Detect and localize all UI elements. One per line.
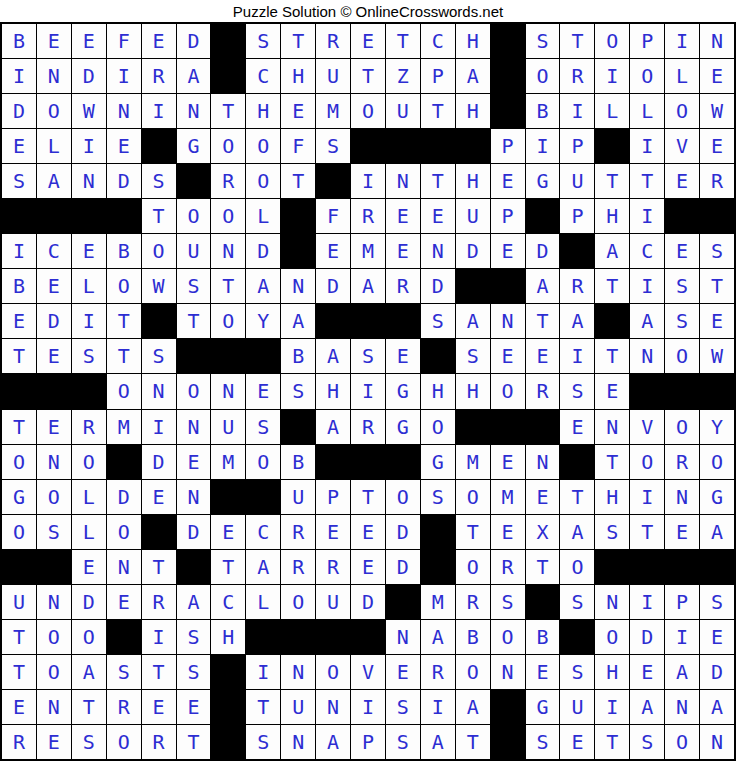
letter-cell: O: [560, 550, 594, 584]
letter-cell: S: [700, 585, 734, 619]
letter-cell: I: [2, 59, 36, 93]
letter-cell: O: [421, 410, 455, 444]
block-cell: [491, 269, 525, 303]
letter-cell: E: [107, 585, 141, 619]
block-cell: [316, 304, 350, 338]
block-cell: [351, 445, 385, 479]
letter-cell: E: [2, 304, 36, 338]
letter-cell: S: [560, 374, 594, 408]
letter-cell: T: [560, 480, 594, 514]
block-cell: [72, 374, 106, 408]
letter-cell: N: [211, 374, 245, 408]
letter-cell: T: [2, 410, 36, 444]
letter-cell: T: [595, 269, 629, 303]
block-cell: [72, 199, 106, 233]
letter-cell: D: [246, 234, 280, 268]
letter-cell: N: [665, 690, 699, 724]
letter-cell: R: [560, 269, 594, 303]
letter-cell: G: [386, 410, 420, 444]
block-cell: [107, 199, 141, 233]
block-cell: [491, 94, 525, 128]
letter-cell: A: [177, 59, 211, 93]
letter-cell: R: [526, 374, 560, 408]
letter-cell: O: [665, 94, 699, 128]
letter-cell: O: [37, 94, 71, 128]
letter-cell: S: [246, 24, 280, 58]
letter-cell: R: [142, 725, 176, 759]
letter-cell: O: [211, 129, 245, 163]
letter-cell: L: [72, 480, 106, 514]
letter-cell: E: [107, 129, 141, 163]
letter-cell: O: [316, 655, 350, 689]
letter-cell: L: [37, 129, 71, 163]
letter-cell: N: [37, 690, 71, 724]
letter-cell: M: [351, 234, 385, 268]
letter-cell: T: [211, 550, 245, 584]
letter-cell: N: [526, 445, 560, 479]
letter-cell: S: [177, 269, 211, 303]
letter-cell: A: [37, 164, 71, 198]
letter-cell: E: [351, 515, 385, 549]
letter-cell: T: [456, 515, 490, 549]
letter-cell: I: [595, 690, 629, 724]
block-cell: [211, 24, 245, 58]
letter-cell: N: [177, 94, 211, 128]
block-cell: [316, 445, 350, 479]
letter-cell: L: [665, 59, 699, 93]
letter-cell: G: [177, 129, 211, 163]
letter-cell: O: [177, 199, 211, 233]
block-cell: [386, 585, 420, 619]
letter-cell: E: [316, 515, 350, 549]
letter-cell: P: [665, 585, 699, 619]
letter-cell: S: [316, 129, 350, 163]
letter-cell: S: [386, 725, 420, 759]
letter-cell: E: [37, 24, 71, 58]
letter-cell: N: [316, 690, 350, 724]
letter-cell: E: [526, 480, 560, 514]
letter-cell: P: [491, 199, 525, 233]
letter-cell: A: [246, 550, 280, 584]
letter-cell: U: [177, 234, 211, 268]
letter-cell: E: [281, 94, 315, 128]
block-cell: [37, 550, 71, 584]
block-cell: [142, 304, 176, 338]
letter-cell: I: [107, 59, 141, 93]
block-cell: [246, 339, 280, 373]
letter-cell: T: [2, 620, 36, 654]
letter-cell: O: [37, 620, 71, 654]
letter-cell: D: [700, 655, 734, 689]
letter-cell: B: [281, 445, 315, 479]
letter-cell: D: [177, 24, 211, 58]
letter-cell: E: [560, 410, 594, 444]
letter-cell: O: [456, 655, 490, 689]
letter-cell: E: [700, 304, 734, 338]
letter-cell: U: [316, 585, 350, 619]
letter-cell: R: [700, 164, 734, 198]
block-cell: [2, 199, 36, 233]
letter-cell: I: [560, 94, 594, 128]
letter-cell: R: [72, 410, 106, 444]
letter-cell: O: [456, 550, 490, 584]
letter-cell: A: [456, 304, 490, 338]
letter-cell: B: [456, 620, 490, 654]
letter-cell: N: [72, 164, 106, 198]
letter-cell: D: [316, 269, 350, 303]
letter-cell: N: [211, 234, 245, 268]
letter-cell: S: [72, 725, 106, 759]
letter-cell: E: [386, 339, 420, 373]
letter-cell: A: [595, 234, 629, 268]
letter-cell: R: [2, 725, 36, 759]
letter-cell: N: [421, 234, 455, 268]
letter-cell: T: [177, 304, 211, 338]
letter-cell: T: [177, 725, 211, 759]
letter-cell: R: [351, 199, 385, 233]
letter-cell: S: [700, 234, 734, 268]
letter-cell: S: [595, 515, 629, 549]
letter-cell: H: [246, 94, 280, 128]
letter-cell: T: [386, 24, 420, 58]
letter-cell: E: [72, 234, 106, 268]
letter-cell: N: [595, 410, 629, 444]
letter-cell: A: [560, 515, 594, 549]
block-cell: [630, 550, 664, 584]
letter-cell: N: [700, 725, 734, 759]
letter-cell: N: [386, 620, 420, 654]
letter-cell: M: [211, 445, 245, 479]
letter-cell: M: [456, 445, 490, 479]
letter-cell: T: [560, 24, 594, 58]
letter-cell: A: [560, 304, 594, 338]
letter-cell: G: [2, 480, 36, 514]
letter-cell: N: [107, 94, 141, 128]
letter-cell: O: [665, 410, 699, 444]
letter-cell: A: [665, 655, 699, 689]
letter-cell: H: [421, 374, 455, 408]
letter-cell: O: [37, 655, 71, 689]
letter-cell: P: [316, 480, 350, 514]
letter-cell: N: [142, 374, 176, 408]
letter-cell: O: [177, 374, 211, 408]
letter-cell: E: [491, 515, 525, 549]
letter-cell: T: [456, 725, 490, 759]
block-cell: [700, 374, 734, 408]
letter-cell: P: [630, 24, 664, 58]
letter-cell: A: [351, 269, 385, 303]
block-cell: [595, 304, 629, 338]
letter-cell: R: [665, 445, 699, 479]
block-cell: [37, 199, 71, 233]
letter-cell: H: [211, 620, 245, 654]
letter-cell: E: [37, 339, 71, 373]
letter-cell: O: [665, 725, 699, 759]
letter-cell: E: [491, 445, 525, 479]
block-cell: [107, 620, 141, 654]
letter-cell: T: [630, 164, 664, 198]
letter-cell: L: [246, 199, 280, 233]
letter-cell: O: [595, 24, 629, 58]
letter-cell: E: [595, 374, 629, 408]
letter-cell: E: [560, 725, 594, 759]
letter-cell: S: [177, 655, 211, 689]
letter-cell: E: [491, 164, 525, 198]
letter-cell: I: [630, 199, 664, 233]
block-cell: [107, 445, 141, 479]
letter-cell: P: [560, 129, 594, 163]
block-cell: [281, 199, 315, 233]
letter-cell: I: [526, 129, 560, 163]
letter-cell: S: [456, 339, 490, 373]
letter-cell: N: [107, 550, 141, 584]
block-cell: [211, 655, 245, 689]
letter-cell: S: [2, 164, 36, 198]
letter-cell: B: [107, 234, 141, 268]
letter-cell: A: [456, 690, 490, 724]
letter-cell: C: [211, 585, 245, 619]
letter-cell: L: [246, 585, 280, 619]
letter-cell: D: [351, 585, 385, 619]
letter-cell: E: [72, 24, 106, 58]
letter-cell: L: [72, 269, 106, 303]
letter-cell: O: [246, 445, 280, 479]
letter-cell: M: [107, 410, 141, 444]
letter-cell: H: [316, 374, 350, 408]
letter-cell: O: [281, 585, 315, 619]
letter-cell: H: [456, 24, 490, 58]
block-cell: [37, 374, 71, 408]
letter-cell: T: [595, 164, 629, 198]
letter-cell: C: [421, 24, 455, 58]
letter-cell: M: [316, 94, 350, 128]
letter-cell: T: [2, 339, 36, 373]
letter-cell: S: [560, 655, 594, 689]
letter-cell: T: [142, 655, 176, 689]
letter-cell: T: [107, 339, 141, 373]
letter-cell: R: [386, 269, 420, 303]
letter-cell: D: [142, 445, 176, 479]
letter-cell: R: [560, 59, 594, 93]
block-cell: [281, 620, 315, 654]
block-cell: [421, 515, 455, 549]
letter-cell: O: [142, 234, 176, 268]
letter-cell: O: [107, 725, 141, 759]
letter-cell: I: [630, 129, 664, 163]
letter-cell: U: [281, 690, 315, 724]
letter-cell: E: [700, 129, 734, 163]
letter-cell: N: [37, 585, 71, 619]
letter-cell: C: [630, 234, 664, 268]
letter-cell: T: [281, 24, 315, 58]
letter-cell: I: [2, 234, 36, 268]
letter-cell: O: [107, 374, 141, 408]
letter-cell: I: [351, 690, 385, 724]
letter-cell: O: [2, 515, 36, 549]
letter-cell: A: [456, 59, 490, 93]
letter-cell: E: [246, 374, 280, 408]
letter-cell: E: [386, 199, 420, 233]
block-cell: [456, 269, 490, 303]
letter-cell: V: [351, 655, 385, 689]
letter-cell: B: [526, 620, 560, 654]
letter-cell: O: [72, 445, 106, 479]
letter-cell: O: [107, 515, 141, 549]
letter-cell: O: [351, 94, 385, 128]
block-cell: [316, 164, 350, 198]
block-cell: [2, 550, 36, 584]
letter-cell: U: [281, 480, 315, 514]
letter-cell: H: [456, 374, 490, 408]
letter-cell: O: [491, 620, 525, 654]
letter-cell: D: [630, 620, 664, 654]
letter-cell: W: [700, 94, 734, 128]
letter-cell: E: [142, 480, 176, 514]
block-cell: [211, 339, 245, 373]
letter-cell: U: [560, 164, 594, 198]
letter-cell: O: [491, 374, 525, 408]
letter-cell: U: [211, 410, 245, 444]
letter-cell: D: [37, 304, 71, 338]
crossword-grid: BEEFEDSTRETCHSTOPININDIRACHUTZPAORIOLEDO…: [0, 22, 736, 761]
block-cell: [2, 374, 36, 408]
block-cell: [246, 620, 280, 654]
letter-cell: N: [700, 24, 734, 58]
letter-cell: N: [386, 164, 420, 198]
block-cell: [526, 199, 560, 233]
letter-cell: E: [665, 164, 699, 198]
block-cell: [456, 129, 490, 163]
letter-cell: A: [421, 725, 455, 759]
letter-cell: E: [177, 445, 211, 479]
letter-cell: N: [630, 339, 664, 373]
letter-cell: D: [386, 550, 420, 584]
letter-cell: O: [630, 59, 664, 93]
letter-cell: A: [72, 655, 106, 689]
block-cell: [386, 129, 420, 163]
letter-cell: O: [107, 269, 141, 303]
letter-cell: O: [2, 445, 36, 479]
block-cell: [177, 339, 211, 373]
letter-cell: T: [595, 445, 629, 479]
letter-cell: T: [351, 480, 385, 514]
letter-cell: S: [526, 725, 560, 759]
letter-cell: B: [2, 269, 36, 303]
letter-cell: N: [37, 445, 71, 479]
letter-cell: W: [700, 339, 734, 373]
block-cell: [316, 620, 350, 654]
letter-cell: O: [456, 480, 490, 514]
letter-cell: G: [421, 445, 455, 479]
letter-cell: A: [630, 304, 664, 338]
page-title: Puzzle Solution © OnlineCrosswords.net: [233, 3, 503, 20]
letter-cell: I: [72, 129, 106, 163]
letter-cell: B: [2, 24, 36, 58]
letter-cell: L: [595, 94, 629, 128]
letter-cell: Z: [386, 59, 420, 93]
letter-cell: R: [491, 550, 525, 584]
letter-cell: I: [142, 410, 176, 444]
letter-cell: U: [316, 59, 350, 93]
block-cell: [246, 480, 280, 514]
block-cell: [665, 374, 699, 408]
letter-cell: S: [665, 304, 699, 338]
letter-cell: H: [281, 59, 315, 93]
letter-cell: E: [526, 339, 560, 373]
block-cell: [386, 304, 420, 338]
letter-cell: E: [630, 655, 664, 689]
letter-cell: I: [142, 620, 176, 654]
letter-cell: O: [211, 304, 245, 338]
letter-cell: A: [246, 269, 280, 303]
letter-cell: E: [37, 269, 71, 303]
block-cell: [351, 620, 385, 654]
letter-cell: E: [316, 234, 350, 268]
block-cell: [560, 445, 594, 479]
letter-cell: R: [107, 690, 141, 724]
letter-cell: R: [281, 515, 315, 549]
letter-cell: E: [351, 550, 385, 584]
letter-cell: C: [246, 59, 280, 93]
letter-cell: D: [421, 269, 455, 303]
letter-cell: R: [316, 24, 350, 58]
letter-cell: V: [665, 129, 699, 163]
letter-cell: D: [107, 480, 141, 514]
letter-cell: I: [351, 374, 385, 408]
puzzle-solution-page: Puzzle Solution © OnlineCrosswords.net B…: [0, 0, 736, 761]
letter-cell: P: [560, 199, 594, 233]
block-cell: [560, 234, 594, 268]
letter-cell: E: [351, 24, 385, 58]
block-cell: [456, 410, 490, 444]
block-cell: [281, 234, 315, 268]
block-cell: [491, 410, 525, 444]
letter-cell: R: [142, 585, 176, 619]
letter-cell: E: [700, 620, 734, 654]
letter-cell: H: [456, 164, 490, 198]
letter-cell: N: [281, 725, 315, 759]
letter-cell: S: [630, 725, 664, 759]
letter-cell: W: [142, 269, 176, 303]
letter-cell: N: [665, 480, 699, 514]
letter-cell: D: [526, 234, 560, 268]
letter-cell: R: [351, 410, 385, 444]
letter-cell: B: [281, 339, 315, 373]
block-cell: [177, 550, 211, 584]
block-cell: [211, 725, 245, 759]
block-cell: [491, 725, 525, 759]
letter-cell: E: [665, 515, 699, 549]
letter-cell: N: [281, 655, 315, 689]
letter-cell: D: [456, 234, 490, 268]
letter-cell: E: [700, 59, 734, 93]
block-cell: [421, 339, 455, 373]
letter-cell: S: [142, 164, 176, 198]
letter-cell: M: [491, 480, 525, 514]
letter-cell: P: [421, 59, 455, 93]
letter-cell: E: [211, 515, 245, 549]
letter-cell: S: [246, 410, 280, 444]
letter-cell: E: [386, 655, 420, 689]
letter-cell: Y: [246, 304, 280, 338]
letter-cell: F: [316, 199, 350, 233]
letter-cell: N: [177, 480, 211, 514]
letter-cell: G: [700, 480, 734, 514]
letter-cell: A: [526, 269, 560, 303]
block-cell: [491, 59, 525, 93]
letter-cell: A: [316, 725, 350, 759]
letter-cell: S: [351, 339, 385, 373]
